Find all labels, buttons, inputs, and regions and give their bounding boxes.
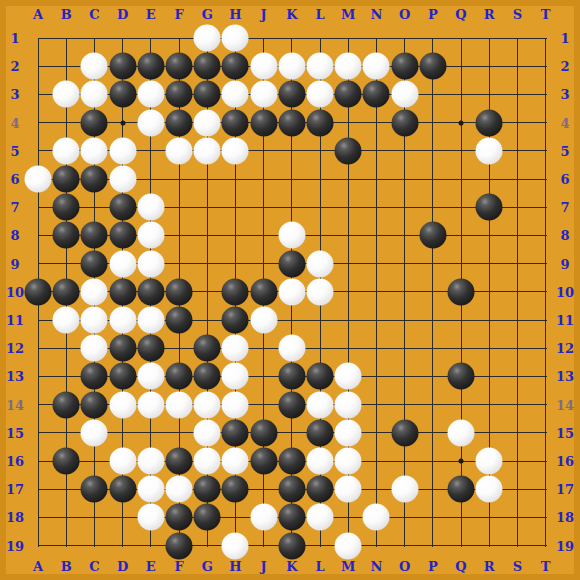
white-stone-C15 <box>81 419 108 446</box>
row-label-right: 10 <box>556 285 574 298</box>
row-label-right: 12 <box>556 342 574 355</box>
column-label-top: N <box>370 8 382 21</box>
black-stone-E2 <box>137 53 164 80</box>
black-stone-Q17 <box>448 476 475 503</box>
black-stone-Q10 <box>448 278 475 305</box>
white-stone-J11 <box>250 307 277 334</box>
black-stone-B14 <box>53 391 80 418</box>
black-stone-H15 <box>222 419 249 446</box>
white-stone-D11 <box>109 307 136 334</box>
black-stone-K14 <box>278 391 305 418</box>
row-label-right: 1 <box>560 32 569 45</box>
black-stone-D3 <box>109 81 136 108</box>
column-label-top: A <box>33 8 43 21</box>
row-label-left: 12 <box>6 342 24 355</box>
go-board[interactable]: AA11BB22CC33DD44EE55FF66GG77HH88JJ99KK10… <box>0 0 580 580</box>
column-label-bottom: M <box>341 560 355 573</box>
white-stone-E18 <box>137 504 164 531</box>
row-label-left: 2 <box>10 60 19 73</box>
white-stone-H5 <box>222 137 249 164</box>
black-stone-G2 <box>194 53 221 80</box>
black-stone-C6 <box>81 166 108 193</box>
black-stone-G17 <box>194 476 221 503</box>
column-label-bottom: N <box>370 560 382 573</box>
column-label-bottom: T <box>541 560 551 573</box>
column-label-top: S <box>513 8 522 21</box>
black-stone-B6 <box>53 166 80 193</box>
white-stone-F14 <box>166 391 193 418</box>
white-stone-G16 <box>194 448 221 475</box>
black-stone-G18 <box>194 504 221 531</box>
white-stone-H19 <box>222 532 249 559</box>
column-label-top: D <box>117 8 128 21</box>
row-label-right: 11 <box>556 314 574 327</box>
white-stone-O3 <box>391 81 418 108</box>
column-label-top: E <box>146 8 156 21</box>
column-label-top: J <box>261 8 267 21</box>
white-stone-E9 <box>137 250 164 277</box>
black-stone-D2 <box>109 53 136 80</box>
row-label-left: 4 <box>10 116 19 129</box>
white-stone-L18 <box>307 504 334 531</box>
column-label-bottom: L <box>315 560 324 573</box>
black-stone-L17 <box>307 476 334 503</box>
white-stone-L9 <box>307 250 334 277</box>
black-stone-J10 <box>250 278 277 305</box>
row-label-left: 9 <box>10 257 19 270</box>
column-label-top: C <box>89 8 99 21</box>
white-stone-R5 <box>476 137 503 164</box>
black-stone-K16 <box>278 448 305 475</box>
white-stone-J3 <box>250 81 277 108</box>
black-stone-J4 <box>250 109 277 136</box>
white-stone-E14 <box>137 391 164 418</box>
white-stone-H3 <box>222 81 249 108</box>
black-stone-K19 <box>278 532 305 559</box>
black-stone-G3 <box>194 81 221 108</box>
white-stone-L14 <box>307 391 334 418</box>
white-stone-F17 <box>166 476 193 503</box>
grid-line-horizontal <box>38 38 547 39</box>
white-stone-M2 <box>335 53 362 80</box>
black-stone-B10 <box>53 278 80 305</box>
row-label-right: 9 <box>560 257 569 270</box>
white-stone-H1 <box>222 25 249 52</box>
black-stone-L4 <box>307 109 334 136</box>
row-label-left: 1 <box>10 32 19 45</box>
white-stone-H16 <box>222 448 249 475</box>
column-label-bottom: J <box>261 560 267 573</box>
column-label-bottom: B <box>61 560 72 573</box>
black-stone-D7 <box>109 194 136 221</box>
column-label-top: B <box>61 8 72 21</box>
black-stone-F19 <box>166 532 193 559</box>
row-label-left: 14 <box>6 398 24 411</box>
white-stone-M13 <box>335 363 362 390</box>
black-stone-H4 <box>222 109 249 136</box>
row-label-right: 3 <box>560 88 569 101</box>
black-stone-M5 <box>335 137 362 164</box>
grid-line-vertical <box>432 38 433 547</box>
black-stone-K18 <box>278 504 305 531</box>
column-label-bottom: G <box>202 560 213 573</box>
white-stone-D14 <box>109 391 136 418</box>
row-label-left: 11 <box>6 314 24 327</box>
white-stone-E13 <box>137 363 164 390</box>
black-stone-L15 <box>307 419 334 446</box>
black-stone-F3 <box>166 81 193 108</box>
black-stone-F16 <box>166 448 193 475</box>
column-label-top: F <box>174 8 183 21</box>
grid-line-vertical <box>376 38 377 547</box>
black-stone-F4 <box>166 109 193 136</box>
white-stone-D9 <box>109 250 136 277</box>
column-label-bottom: F <box>174 560 183 573</box>
column-label-bottom: A <box>33 560 43 573</box>
row-label-right: 14 <box>556 398 574 411</box>
black-stone-J15 <box>250 419 277 446</box>
row-label-right: 19 <box>556 539 574 552</box>
column-label-top: H <box>229 8 241 21</box>
column-label-top: G <box>202 8 213 21</box>
white-stone-G14 <box>194 391 221 418</box>
white-stone-E17 <box>137 476 164 503</box>
black-stone-P8 <box>419 222 446 249</box>
white-stone-R16 <box>476 448 503 475</box>
black-stone-H11 <box>222 307 249 334</box>
white-stone-B11 <box>53 307 80 334</box>
black-stone-O4 <box>391 109 418 136</box>
white-stone-A6 <box>25 166 52 193</box>
column-label-bottom: H <box>229 560 241 573</box>
black-stone-B8 <box>53 222 80 249</box>
row-label-right: 18 <box>556 511 574 524</box>
white-stone-C12 <box>81 335 108 362</box>
white-stone-O17 <box>391 476 418 503</box>
white-stone-J18 <box>250 504 277 531</box>
black-stone-C8 <box>81 222 108 249</box>
black-stone-K4 <box>278 109 305 136</box>
black-stone-B7 <box>53 194 80 221</box>
white-stone-H12 <box>222 335 249 362</box>
black-stone-K17 <box>278 476 305 503</box>
white-stone-J2 <box>250 53 277 80</box>
black-stone-F13 <box>166 363 193 390</box>
black-stone-H10 <box>222 278 249 305</box>
white-stone-N18 <box>363 504 390 531</box>
white-stone-D5 <box>109 137 136 164</box>
white-stone-K10 <box>278 278 305 305</box>
white-stone-E11 <box>137 307 164 334</box>
black-stone-A10 <box>25 278 52 305</box>
column-label-bottom: R <box>484 560 495 573</box>
white-stone-E7 <box>137 194 164 221</box>
black-stone-D10 <box>109 278 136 305</box>
black-stone-F2 <box>166 53 193 80</box>
black-stone-F11 <box>166 307 193 334</box>
row-label-right: 15 <box>556 426 574 439</box>
black-stone-C14 <box>81 391 108 418</box>
black-stone-O2 <box>391 53 418 80</box>
column-label-top: R <box>484 8 495 21</box>
white-stone-C3 <box>81 81 108 108</box>
black-stone-C17 <box>81 476 108 503</box>
black-stone-F18 <box>166 504 193 531</box>
column-label-bottom: D <box>117 560 128 573</box>
black-stone-F10 <box>166 278 193 305</box>
row-label-right: 6 <box>560 173 569 186</box>
black-stone-D13 <box>109 363 136 390</box>
black-stone-K9 <box>278 250 305 277</box>
white-stone-M14 <box>335 391 362 418</box>
black-stone-N3 <box>363 81 390 108</box>
white-stone-M16 <box>335 448 362 475</box>
column-label-top: Q <box>455 8 466 21</box>
white-stone-M19 <box>335 532 362 559</box>
column-label-bottom: O <box>399 560 410 573</box>
black-stone-J16 <box>250 448 277 475</box>
row-label-left: 6 <box>10 173 19 186</box>
column-label-bottom: Q <box>455 560 466 573</box>
row-label-left: 15 <box>6 426 24 439</box>
black-stone-R4 <box>476 109 503 136</box>
column-label-bottom: C <box>89 560 99 573</box>
black-stone-G12 <box>194 335 221 362</box>
black-stone-C13 <box>81 363 108 390</box>
row-label-left: 16 <box>6 455 24 468</box>
row-label-left: 18 <box>6 511 24 524</box>
white-stone-E16 <box>137 448 164 475</box>
white-stone-L2 <box>307 53 334 80</box>
black-stone-R7 <box>476 194 503 221</box>
black-stone-D12 <box>109 335 136 362</box>
black-stone-H2 <box>222 53 249 80</box>
column-label-top: P <box>428 8 438 21</box>
black-stone-L13 <box>307 363 334 390</box>
white-stone-F5 <box>166 137 193 164</box>
white-stone-E3 <box>137 81 164 108</box>
row-label-right: 5 <box>560 144 569 157</box>
white-stone-C11 <box>81 307 108 334</box>
white-stone-G1 <box>194 25 221 52</box>
column-label-bottom: K <box>286 560 297 573</box>
white-stone-M17 <box>335 476 362 503</box>
white-stone-R17 <box>476 476 503 503</box>
black-stone-Q13 <box>448 363 475 390</box>
white-stone-B3 <box>53 81 80 108</box>
black-stone-P2 <box>419 53 446 80</box>
black-stone-M3 <box>335 81 362 108</box>
white-stone-M15 <box>335 419 362 446</box>
row-label-left: 17 <box>6 483 24 496</box>
row-label-left: 8 <box>10 229 19 242</box>
row-label-left: 10 <box>6 285 24 298</box>
white-stone-L16 <box>307 448 334 475</box>
white-stone-N2 <box>363 53 390 80</box>
grid-line-vertical <box>545 38 546 547</box>
black-stone-C4 <box>81 109 108 136</box>
black-stone-B16 <box>53 448 80 475</box>
white-stone-D6 <box>109 166 136 193</box>
black-stone-K3 <box>278 81 305 108</box>
black-stone-C9 <box>81 250 108 277</box>
white-stone-E8 <box>137 222 164 249</box>
row-label-left: 19 <box>6 539 24 552</box>
black-stone-D17 <box>109 476 136 503</box>
column-label-top: L <box>315 8 324 21</box>
white-stone-Q15 <box>448 419 475 446</box>
column-label-top: M <box>341 8 355 21</box>
star-point-Q16 <box>459 459 464 464</box>
black-stone-K13 <box>278 363 305 390</box>
white-stone-K8 <box>278 222 305 249</box>
row-label-right: 17 <box>556 483 574 496</box>
white-stone-C2 <box>81 53 108 80</box>
row-label-right: 2 <box>560 60 569 73</box>
black-stone-H17 <box>222 476 249 503</box>
white-stone-L3 <box>307 81 334 108</box>
column-label-top: K <box>286 8 297 21</box>
white-stone-L10 <box>307 278 334 305</box>
white-stone-H13 <box>222 363 249 390</box>
white-stone-G4 <box>194 109 221 136</box>
star-point-Q4 <box>459 120 464 125</box>
white-stone-H14 <box>222 391 249 418</box>
white-stone-G15 <box>194 419 221 446</box>
star-point-D4 <box>120 120 125 125</box>
white-stone-D16 <box>109 448 136 475</box>
column-label-top: T <box>541 8 551 21</box>
row-label-right: 7 <box>560 201 569 214</box>
column-label-top: O <box>399 8 410 21</box>
row-label-left: 5 <box>10 144 19 157</box>
row-label-left: 3 <box>10 88 19 101</box>
black-stone-E12 <box>137 335 164 362</box>
black-stone-E10 <box>137 278 164 305</box>
row-label-right: 8 <box>560 229 569 242</box>
column-label-bottom: P <box>428 560 438 573</box>
column-label-bottom: E <box>146 560 156 573</box>
row-label-right: 13 <box>556 370 574 383</box>
white-stone-K2 <box>278 53 305 80</box>
black-stone-O15 <box>391 419 418 446</box>
white-stone-C10 <box>81 278 108 305</box>
row-label-left: 13 <box>6 370 24 383</box>
white-stone-B5 <box>53 137 80 164</box>
column-label-bottom: S <box>513 560 522 573</box>
row-label-left: 7 <box>10 201 19 214</box>
white-stone-E4 <box>137 109 164 136</box>
row-label-right: 4 <box>560 116 569 129</box>
white-stone-G5 <box>194 137 221 164</box>
white-stone-C5 <box>81 137 108 164</box>
row-label-right: 16 <box>556 455 574 468</box>
black-stone-G13 <box>194 363 221 390</box>
white-stone-K12 <box>278 335 305 362</box>
black-stone-D8 <box>109 222 136 249</box>
grid-line-vertical <box>517 38 518 547</box>
